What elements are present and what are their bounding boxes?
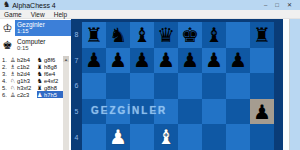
white-move-cell[interactable]: ♙c2c3 — [10, 91, 37, 98]
square-e4[interactable] — [178, 124, 202, 150]
square-c7[interactable]: ♟ — [130, 48, 154, 74]
square-h4[interactable] — [250, 124, 274, 150]
square-h6[interactable] — [250, 73, 274, 99]
move-row-6: 6.♙c2c3♟h7h5 — [2, 91, 71, 98]
rank-label-6: 6 — [71, 73, 82, 99]
white-move-cell[interactable]: ♗c1b2 — [10, 63, 37, 70]
white-move-cell[interactable]: ♙b2b4 — [10, 56, 37, 63]
square-f8[interactable]: ♝ — [202, 22, 226, 48]
menu-game[interactable]: Game — [4, 11, 22, 18]
white-pawn-b4[interactable]: ♟ — [109, 127, 127, 147]
square-a6[interactable] — [82, 73, 106, 99]
move-text: f6e4 — [43, 71, 64, 77]
move-number: 6. — [2, 92, 10, 98]
board-panel: 87654 ♜♞♝♛♚♝♜♟♟♟♟♟♟♟♟♟♝ GEZGİNLER — [71, 19, 283, 150]
white-king-icon: ♔ — [0, 20, 15, 36]
square-d7[interactable]: ♟ — [154, 48, 178, 74]
black-rook-h8[interactable]: ♜ — [253, 25, 271, 45]
white-bishop-d4[interactable]: ♝ — [157, 127, 175, 147]
square-a5[interactable] — [82, 99, 106, 125]
rank-labels: 87654 — [71, 22, 82, 150]
black-pawn-h5[interactable]: ♟ — [253, 102, 271, 122]
window-title: AlphaChess 4 — [12, 2, 264, 9]
move-number: 4. — [2, 78, 10, 84]
alphachess-window: ♞ AlphaChess 4 – □ ✕ Game View Help ♔ Ge… — [0, 0, 300, 150]
black-pawn-a7[interactable]: ♟ — [85, 50, 103, 70]
title-bar[interactable]: ♞ AlphaChess 4 – □ ✕ — [0, 0, 300, 10]
square-d8[interactable]: ♛ — [154, 22, 178, 48]
player-row-black[interactable]: ♚ Computer 0:15 — [0, 37, 71, 53]
move-text: h8g8 — [43, 64, 64, 70]
black-pawn-b7[interactable]: ♟ — [109, 50, 127, 70]
square-c8[interactable]: ♝ — [130, 22, 154, 48]
square-b8[interactable]: ♞ — [106, 22, 130, 48]
square-e8[interactable]: ♚ — [178, 22, 202, 48]
square-e6[interactable] — [178, 73, 202, 99]
square-b5[interactable] — [106, 99, 130, 125]
black-move-cell[interactable]: ♟h7h5 — [37, 91, 64, 98]
move-list[interactable]: 1.♙b2b4♞g8f62.♗c1b2♜h8g83.♗b2d4♞f6e44.♘g… — [0, 56, 71, 150]
chess-board[interactable]: ♜♞♝♛♚♝♜♟♟♟♟♟♟♟♟♟♝ — [82, 22, 274, 150]
square-e5[interactable] — [178, 99, 202, 125]
white-move-cell[interactable]: ♗b2d4 — [10, 70, 37, 77]
square-h8[interactable]: ♜ — [250, 22, 274, 48]
square-e7[interactable]: ♟ — [178, 48, 202, 74]
client-area: ♔ Gezginler 1:15 ♚ Computer 0:15 1.♙b2b4… — [0, 19, 300, 150]
black-queen-d8[interactable]: ♛ — [157, 25, 175, 45]
square-d5[interactable] — [154, 99, 178, 125]
square-b4[interactable]: ♟ — [106, 124, 130, 150]
square-c4[interactable] — [130, 124, 154, 150]
square-h5[interactable]: ♟ — [250, 99, 274, 125]
square-f4[interactable] — [202, 124, 226, 150]
move-rows: 1.♙b2b4♞g8f62.♗c1b2♜h8g83.♗b2d4♞f6e44.♘g… — [2, 56, 71, 98]
black-rook-a8[interactable]: ♜ — [85, 25, 103, 45]
square-a8[interactable]: ♜ — [82, 22, 106, 48]
scroll-up-icon[interactable]: ▲ — [63, 56, 69, 62]
player-row-white[interactable]: ♔ Gezginler 1:15 — [0, 20, 71, 36]
square-g7[interactable]: ♟ — [226, 48, 250, 74]
square-f5[interactable] — [202, 99, 226, 125]
maximize-button[interactable]: □ — [275, 2, 279, 8]
square-b6[interactable] — [106, 73, 130, 99]
rank-label-7: 7 — [71, 48, 82, 74]
black-knight-b8[interactable]: ♞ — [109, 25, 127, 45]
black-move-cell[interactable]: ♜h8g8 — [37, 63, 64, 70]
move-text: g8h8 — [43, 85, 64, 91]
player-clock-black: 0:15 — [17, 45, 71, 52]
window-right-border — [290, 19, 300, 150]
move-text: c2c3 — [16, 92, 37, 98]
right-panel-gap — [283, 19, 290, 150]
move-text: b2d4 — [16, 71, 37, 77]
move-text: g8f6 — [43, 57, 64, 63]
square-c5[interactable] — [130, 99, 154, 125]
move-number: 2. — [2, 64, 10, 70]
move-row-2: 2.♗c1b2♜h8g8 — [2, 63, 71, 70]
black-pawn-d7[interactable]: ♟ — [157, 50, 175, 70]
square-f6[interactable] — [202, 73, 226, 99]
move-number: 3. — [2, 71, 10, 77]
black-king-icon: ♚ — [0, 37, 15, 53]
move-list-scrollbar[interactable]: ▲ — [63, 56, 69, 150]
square-h7[interactable] — [250, 48, 274, 74]
app-icon: ♞ — [3, 1, 10, 9]
move-row-1: 1.♙b2b4♞g8f6 — [2, 56, 71, 63]
player-name-black: Computer — [17, 38, 71, 45]
move-number: 5. — [2, 85, 10, 91]
rank-label-5: 5 — [71, 99, 82, 125]
rank-label-8: 8 — [71, 22, 82, 48]
white-move-cell[interactable]: ♘h3xf2 — [10, 84, 37, 91]
player-name-white: Gezginler — [17, 21, 71, 28]
black-pawn-e7[interactable]: ♟ — [181, 50, 199, 70]
black-move-cell[interactable]: ♜g8h8 — [37, 84, 64, 91]
minimize-button[interactable]: – — [264, 2, 267, 8]
move-row-4: 4.♘g1h3♞e4xf2 — [2, 77, 71, 84]
move-text: e4xf2 — [43, 78, 64, 84]
player-clock-white: 1:15 — [17, 28, 71, 35]
move-text: h3xf2 — [16, 85, 37, 91]
square-g8[interactable] — [226, 22, 250, 48]
menu-help[interactable]: Help — [54, 11, 67, 18]
square-g6[interactable] — [226, 73, 250, 99]
menu-bar: Game View Help — [0, 10, 300, 19]
black-move-cell[interactable]: ♞f6e4 — [37, 70, 64, 77]
move-text: g1h3 — [16, 78, 37, 84]
move-text: h7h5 — [43, 92, 64, 98]
square-d6[interactable] — [154, 73, 178, 99]
move-number: 1. — [2, 57, 10, 63]
square-a4[interactable] — [82, 124, 106, 150]
black-pawn-c7[interactable]: ♟ — [133, 50, 151, 70]
black-pawn-f7[interactable]: ♟ — [205, 50, 223, 70]
close-button[interactable]: ✕ — [287, 2, 292, 8]
black-pawn-g7[interactable]: ♟ — [229, 50, 247, 70]
black-bishop-f8[interactable]: ♝ — [205, 25, 223, 45]
square-a7[interactable]: ♟ — [82, 48, 106, 74]
black-king-e8[interactable]: ♚ — [181, 25, 199, 45]
square-g5[interactable] — [226, 99, 250, 125]
black-move-cell[interactable]: ♞g8f6 — [37, 56, 64, 63]
square-d4[interactable]: ♝ — [154, 124, 178, 150]
move-row-3: 3.♗b2d4♞f6e4 — [2, 70, 71, 77]
black-bishop-c8[interactable]: ♝ — [133, 25, 151, 45]
rank-label-4: 4 — [71, 124, 82, 150]
sidebar: ♔ Gezginler 1:15 ♚ Computer 0:15 1.♙b2b4… — [0, 19, 71, 150]
square-c6[interactable] — [130, 73, 154, 99]
square-b7[interactable]: ♟ — [106, 48, 130, 74]
square-f7[interactable]: ♟ — [202, 48, 226, 74]
white-move-cell[interactable]: ♘g1h3 — [10, 77, 37, 84]
move-text: c1b2 — [16, 64, 37, 70]
square-g4[interactable] — [226, 124, 250, 150]
black-move-cell[interactable]: ♞e4xf2 — [37, 77, 64, 84]
move-text: b2b4 — [16, 57, 37, 63]
move-row-5: 5.♘h3xf2♜g8h8 — [2, 84, 71, 91]
menu-view[interactable]: View — [31, 11, 45, 18]
